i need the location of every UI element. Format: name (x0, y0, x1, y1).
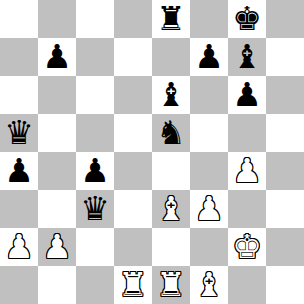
square-a4[interactable]: ♟ (0, 152, 38, 190)
square-d6[interactable] (114, 76, 152, 114)
black-knight: ♞ (156, 114, 186, 152)
square-b1[interactable] (38, 266, 76, 304)
black-bishop: ♝ (232, 38, 262, 76)
chess-board: ♜♚♟♟♝♝♟♛♞♟♟♟♛♝♟♟♟♚♜♜♝ (0, 0, 304, 304)
square-d7[interactable] (114, 38, 152, 76)
square-b4[interactable] (38, 152, 76, 190)
black-pawn: ♟ (232, 76, 262, 114)
square-a5[interactable]: ♛ (0, 114, 38, 152)
black-rook: ♜ (156, 0, 186, 38)
white-rook: ♜ (156, 266, 186, 304)
square-g4[interactable]: ♟ (228, 152, 266, 190)
square-g8[interactable]: ♚ (228, 0, 266, 38)
square-h8[interactable] (266, 0, 304, 38)
square-a6[interactable] (0, 76, 38, 114)
white-bishop: ♝ (156, 190, 186, 228)
square-c5[interactable] (76, 114, 114, 152)
black-bishop: ♝ (156, 76, 186, 114)
square-a1[interactable] (0, 266, 38, 304)
square-d3[interactable] (114, 190, 152, 228)
black-pawn: ♟ (42, 38, 72, 76)
square-b2[interactable]: ♟ (38, 228, 76, 266)
square-f7[interactable]: ♟ (190, 38, 228, 76)
square-e5[interactable]: ♞ (152, 114, 190, 152)
white-pawn: ♟ (42, 228, 72, 266)
square-f8[interactable] (190, 0, 228, 38)
square-e2[interactable] (152, 228, 190, 266)
square-c8[interactable] (76, 0, 114, 38)
square-e6[interactable]: ♝ (152, 76, 190, 114)
white-pawn: ♟ (232, 152, 262, 190)
square-d8[interactable] (114, 0, 152, 38)
square-c3[interactable]: ♛ (76, 190, 114, 228)
white-rook: ♜ (118, 266, 148, 304)
black-king: ♚ (232, 0, 262, 38)
square-a7[interactable] (0, 38, 38, 76)
square-a3[interactable] (0, 190, 38, 228)
square-a2[interactable]: ♟ (0, 228, 38, 266)
square-e7[interactable] (152, 38, 190, 76)
square-b6[interactable] (38, 76, 76, 114)
square-c4[interactable]: ♟ (76, 152, 114, 190)
square-h5[interactable] (266, 114, 304, 152)
square-c7[interactable] (76, 38, 114, 76)
square-f3[interactable]: ♟ (190, 190, 228, 228)
square-f4[interactable] (190, 152, 228, 190)
square-h3[interactable] (266, 190, 304, 228)
square-h1[interactable] (266, 266, 304, 304)
square-g1[interactable] (228, 266, 266, 304)
black-pawn: ♟ (4, 152, 34, 190)
square-e3[interactable]: ♝ (152, 190, 190, 228)
square-d1[interactable]: ♜ (114, 266, 152, 304)
square-g5[interactable] (228, 114, 266, 152)
square-f1[interactable]: ♝ (190, 266, 228, 304)
square-h6[interactable] (266, 76, 304, 114)
square-b7[interactable]: ♟ (38, 38, 76, 76)
square-f6[interactable] (190, 76, 228, 114)
square-h7[interactable] (266, 38, 304, 76)
square-b3[interactable] (38, 190, 76, 228)
square-d4[interactable] (114, 152, 152, 190)
black-queen: ♛ (80, 190, 110, 228)
white-pawn: ♟ (4, 228, 34, 266)
square-g3[interactable] (228, 190, 266, 228)
square-e8[interactable]: ♜ (152, 0, 190, 38)
square-h4[interactable] (266, 152, 304, 190)
white-pawn: ♟ (194, 190, 224, 228)
square-b5[interactable] (38, 114, 76, 152)
square-c2[interactable] (76, 228, 114, 266)
square-g6[interactable]: ♟ (228, 76, 266, 114)
square-d2[interactable] (114, 228, 152, 266)
square-b8[interactable] (38, 0, 76, 38)
square-f5[interactable] (190, 114, 228, 152)
square-f2[interactable] (190, 228, 228, 266)
white-bishop: ♝ (194, 266, 224, 304)
square-g2[interactable]: ♚ (228, 228, 266, 266)
square-c1[interactable] (76, 266, 114, 304)
white-king: ♚ (232, 228, 262, 266)
square-h2[interactable] (266, 228, 304, 266)
black-queen: ♛ (4, 114, 34, 152)
square-c6[interactable] (76, 76, 114, 114)
black-pawn: ♟ (80, 152, 110, 190)
square-e1[interactable]: ♜ (152, 266, 190, 304)
square-a8[interactable] (0, 0, 38, 38)
black-pawn: ♟ (194, 38, 224, 76)
square-g7[interactable]: ♝ (228, 38, 266, 76)
square-e4[interactable] (152, 152, 190, 190)
square-d5[interactable] (114, 114, 152, 152)
